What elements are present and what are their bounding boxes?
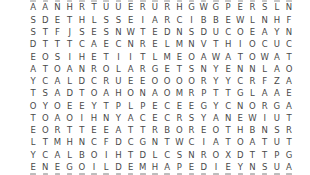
grid-cell[interactable]: R [137, 38, 149, 50]
grid-cell[interactable]: A [271, 87, 283, 99]
grid-cell[interactable]: A [125, 112, 137, 124]
grid-cell[interactable]: C [39, 75, 51, 87]
grid-cell[interactable]: A [51, 75, 63, 87]
grid-cell[interactable]: R [173, 112, 185, 124]
grid-cell[interactable]: A [259, 26, 271, 38]
grid-cell[interactable]: T [39, 137, 51, 149]
grid-cell[interactable]: T [283, 112, 295, 124]
grid-cell[interactable]: N [234, 100, 246, 112]
grid-cell[interactable]: O [283, 63, 295, 75]
grid-cell[interactable]: L [161, 38, 173, 50]
grid-cell[interactable]: R [100, 75, 112, 87]
grid-cell[interactable]: T [27, 87, 39, 99]
grid-cell[interactable]: M [51, 137, 63, 149]
letter-fragment [43, 173, 49, 175]
grid-cell[interactable]: R [246, 75, 258, 87]
grid-cell[interactable]: Z [271, 75, 283, 87]
grid-cell[interactable]: D [234, 149, 246, 161]
grid-cell[interactable]: T [39, 26, 51, 38]
grid-cell[interactable]: N [173, 26, 185, 38]
grid-cell[interactable]: U [100, 2, 112, 14]
grid-cell[interactable]: A [27, 2, 39, 14]
grid-cell[interactable]: C [283, 38, 295, 50]
grid-cell[interactable]: N [246, 63, 258, 75]
grid-cell[interactable]: H [173, 2, 185, 14]
grid-cell[interactable]: L [246, 14, 258, 26]
grid-cell[interactable]: F [283, 14, 295, 26]
grid-cell[interactable]: G [234, 87, 246, 99]
grid-cell[interactable]: E [27, 51, 39, 63]
grid-cell[interactable]: Y [112, 112, 124, 124]
grid-cell[interactable]: E [149, 112, 161, 124]
grid-cell[interactable]: E [125, 75, 137, 87]
grid-cell[interactable]: H [234, 124, 246, 136]
grid-cell[interactable]: B [161, 124, 173, 136]
grid-cell[interactable]: T [76, 124, 88, 136]
grid-cell[interactable]: H [64, 2, 76, 14]
grid-cell[interactable]: W [210, 51, 222, 63]
grid-cell[interactable]: H [76, 14, 88, 26]
grid-cell[interactable]: T [64, 38, 76, 50]
grid-cell[interactable]: O [88, 149, 100, 161]
grid-cell[interactable]: R [137, 2, 149, 14]
grid-cell[interactable]: E [185, 100, 197, 112]
grid-cell[interactable]: R [198, 149, 210, 161]
grid-cell[interactable]: O [51, 100, 63, 112]
letter-fragment [213, 173, 219, 175]
grid-cell[interactable]: T [64, 124, 76, 136]
grid-cell[interactable]: A [210, 137, 222, 149]
grid-cell[interactable]: T [173, 63, 185, 75]
grid-cell[interactable]: S [39, 87, 51, 99]
grid-cell[interactable]: A [100, 87, 112, 99]
grid-cell[interactable]: T [210, 87, 222, 99]
grid-cell[interactable]: I [76, 112, 88, 124]
grid-cell[interactable]: S [76, 26, 88, 38]
grid-cell[interactable]: A [198, 51, 210, 63]
grid-cell[interactable]: Y [39, 100, 51, 112]
grid-cell[interactable]: N [76, 137, 88, 149]
grid-cell[interactable]: N [76, 63, 88, 75]
grid-cell[interactable]: T [283, 137, 295, 149]
grid-cell[interactable]: Y [27, 149, 39, 161]
grid-cell[interactable]: C [137, 112, 149, 124]
grid-cell[interactable]: O [246, 51, 258, 63]
grid-cell[interactable]: N [222, 112, 234, 124]
grid-cell[interactable]: N [283, 26, 295, 38]
grid-cell[interactable]: G [271, 100, 283, 112]
grid-cell[interactable]: G [210, 2, 222, 14]
grid-cell[interactable]: A [88, 38, 100, 50]
grid-cell[interactable]: N [259, 124, 271, 136]
grid-cell[interactable]: H [88, 112, 100, 124]
grid-cell[interactable]: C [234, 75, 246, 87]
letter-fragment [201, 173, 207, 175]
grid-cell[interactable]: C [39, 149, 51, 161]
grid-cell[interactable]: A [271, 63, 283, 75]
grid-cell[interactable]: E [161, 63, 173, 75]
grid-cell[interactable]: E [100, 124, 112, 136]
grid-cell[interactable]: E [234, 112, 246, 124]
grid-cell[interactable]: N [185, 38, 197, 50]
grid-cell[interactable]: T [64, 14, 76, 26]
grid-cell[interactable]: O [88, 87, 100, 99]
grid-cell[interactable]: O [39, 124, 51, 136]
grid-cell[interactable]: W [246, 112, 258, 124]
grid-cell[interactable]: W [259, 51, 271, 63]
grid-cell[interactable]: P [222, 2, 234, 14]
grid-cell[interactable]: E [137, 75, 149, 87]
grid-cell[interactable]: S [173, 149, 185, 161]
grid-cell[interactable]: T [76, 87, 88, 99]
grid-cell[interactable]: C [222, 26, 234, 38]
grid-cell[interactable]: A [112, 124, 124, 136]
grid-cell[interactable]: E [27, 124, 39, 136]
grid-cell[interactable]: O [234, 26, 246, 38]
grid-cell[interactable]: A [283, 75, 295, 87]
grid-cell[interactable]: A [27, 63, 39, 75]
grid-cell[interactable]: Y [210, 63, 222, 75]
grid-cell[interactable]: L [112, 63, 124, 75]
grid-cell[interactable]: O [173, 124, 185, 136]
grid-cell[interactable]: C [161, 100, 173, 112]
grid-cell[interactable]: L [259, 63, 271, 75]
grid-cell[interactable]: Y [198, 112, 210, 124]
grid-cell[interactable]: U [271, 137, 283, 149]
grid-cell[interactable]: I [112, 51, 124, 63]
grid-cell[interactable]: O [64, 112, 76, 124]
grid-cell[interactable]: O [173, 75, 185, 87]
grid-cell[interactable]: S [112, 14, 124, 26]
grid-cell[interactable]: T [39, 38, 51, 50]
grid-cell[interactable]: I [185, 14, 197, 26]
grid-cell[interactable]: R [198, 75, 210, 87]
grid-cell[interactable]: M [161, 51, 173, 63]
grid-cell[interactable]: O [125, 87, 137, 99]
grid-cell[interactable]: G [137, 137, 149, 149]
grid-cell[interactable]: J [64, 26, 76, 38]
grid-cell[interactable]: G [198, 100, 210, 112]
grid-cell[interactable]: N [185, 149, 197, 161]
grid-cell[interactable]: S [100, 26, 112, 38]
grid-cell[interactable]: N [51, 2, 63, 14]
grid-cell[interactable]: N [234, 63, 246, 75]
grid-cell[interactable]: H [64, 137, 76, 149]
grid-cell[interactable]: U [149, 2, 161, 14]
grid-cell[interactable]: X [222, 149, 234, 161]
grid-cell[interactable]: L [271, 2, 283, 14]
grid-cell[interactable]: R [161, 14, 173, 26]
grid-cell[interactable]: O [161, 87, 173, 99]
grid-cell[interactable]: T [283, 51, 295, 63]
grid-cell[interactable]: A [51, 112, 63, 124]
letter-fragment [91, 173, 97, 175]
grid-cell[interactable]: S [271, 124, 283, 136]
grid-cell[interactable]: C [76, 38, 88, 50]
letter-fragment [189, 173, 195, 175]
grid-cell[interactable]: M [173, 38, 185, 50]
grid-cell[interactable]: R [51, 124, 63, 136]
grid-cell[interactable]: A [51, 149, 63, 161]
grid-cell[interactable]: S [185, 112, 197, 124]
grid-cell[interactable]: E [64, 100, 76, 112]
grid-cell[interactable]: N [137, 87, 149, 99]
letter-fragment [177, 173, 183, 175]
grid-cell[interactable]: A [271, 51, 283, 63]
grid-cell[interactable]: A [51, 87, 63, 99]
grid-cell[interactable]: I [125, 51, 137, 63]
grid-cell[interactable]: G [185, 2, 197, 14]
grid-cell[interactable]: W [198, 2, 210, 14]
grid-cell[interactable]: T [222, 137, 234, 149]
grid-cell[interactable]: O [185, 75, 197, 87]
grid-cell[interactable]: T [234, 51, 246, 63]
grid-cell[interactable]: D [137, 149, 149, 161]
grid-cell[interactable]: D [64, 87, 76, 99]
grid-cell[interactable]: T [51, 38, 63, 50]
grid-cell[interactable]: O [149, 75, 161, 87]
grid-cell[interactable]: S [185, 26, 197, 38]
grid-cell[interactable]: T [27, 112, 39, 124]
grid-cell[interactable]: C [125, 137, 137, 149]
grid-cell[interactable]: T [222, 124, 234, 136]
grid-cell[interactable]: S [27, 14, 39, 26]
grid-cell[interactable]: T [246, 149, 258, 161]
grid-cell[interactable]: T [137, 26, 149, 38]
grid-cell[interactable]: E [88, 51, 100, 63]
grid-cell[interactable]: P [137, 100, 149, 112]
grid-cell[interactable]: U [210, 26, 222, 38]
grid-cell[interactable]: C [173, 14, 185, 26]
grid-cell[interactable]: O [246, 38, 258, 50]
grid-cell[interactable]: L [125, 100, 137, 112]
grid-cell[interactable]: L [64, 75, 76, 87]
grid-cell[interactable]: C [161, 112, 173, 124]
grid-cell[interactable]: Y [271, 26, 283, 38]
grid-cell[interactable]: L [149, 51, 161, 63]
grid-cell[interactable]: Y [210, 75, 222, 87]
grid-cell[interactable]: O [234, 137, 246, 149]
grid-cell[interactable]: T [137, 51, 149, 63]
grid-cell[interactable]: A [39, 2, 51, 14]
grid-cell[interactable]: E [76, 100, 88, 112]
grid-cell[interactable]: B [76, 149, 88, 161]
grid-cell[interactable]: G [283, 149, 295, 161]
grid-cell[interactable]: T [125, 149, 137, 161]
grid-cell[interactable]: U [112, 2, 124, 14]
grid-cell[interactable]: H [112, 87, 124, 99]
grid-cell[interactable]: R [246, 2, 258, 14]
grid-cell[interactable]: A [222, 51, 234, 63]
grid-cell[interactable]: L [149, 149, 161, 161]
grid-cell[interactable]: H [76, 51, 88, 63]
letter-fragment [274, 173, 280, 175]
grid-cell[interactable]: I [100, 149, 112, 161]
grid-cell[interactable]: N [198, 63, 210, 75]
grid-cell[interactable]: I [137, 14, 149, 26]
grid-cell[interactable]: C [185, 137, 197, 149]
word-search-board: AANHRTUUERURHGWGPERSLNSDETHLSSEIARCIBBEW… [0, 0, 310, 175]
grid-cell[interactable]: O [27, 100, 39, 112]
letter-fragment [67, 173, 73, 175]
grid-cell[interactable]: N [283, 2, 295, 14]
grid-cell[interactable]: I [234, 38, 246, 50]
grid-cell[interactable]: E [149, 26, 161, 38]
grid-cell[interactable]: T [259, 149, 271, 161]
grid-cell[interactable]: R [283, 124, 295, 136]
grid-cell[interactable]: C [161, 149, 173, 161]
grid-cell[interactable]: E [283, 87, 295, 99]
grid-cell[interactable]: T [210, 38, 222, 50]
grid-cell[interactable]: A [149, 87, 161, 99]
grid-cell[interactable]: C [88, 75, 100, 87]
grid-cell[interactable]: A [259, 87, 271, 99]
grid-cell[interactable]: E [88, 26, 100, 38]
grid-cell[interactable]: O [39, 51, 51, 63]
grid-cell[interactable]: E [246, 26, 258, 38]
grid-cell[interactable]: N [125, 38, 137, 50]
grid-cell[interactable]: T [161, 137, 173, 149]
grid-cell[interactable]: P [112, 100, 124, 112]
grid-cell[interactable]: R [137, 63, 149, 75]
grid-cell[interactable]: T [100, 51, 112, 63]
grid-cell[interactable]: E [222, 63, 234, 75]
grid-cell[interactable]: O [246, 100, 258, 112]
grid-cell[interactable]: O [185, 51, 197, 63]
grid-cell[interactable]: N [100, 112, 112, 124]
grid-cell[interactable]: B [210, 14, 222, 26]
grid-cell[interactable]: P [198, 87, 210, 99]
grid-cell[interactable]: S [51, 51, 63, 63]
grid-cell[interactable]: E [125, 14, 137, 26]
grid-cell[interactable]: L [27, 137, 39, 149]
grid-cell[interactable]: E [149, 38, 161, 50]
grid-cell[interactable]: V [198, 38, 210, 50]
grid-cell[interactable]: O [100, 63, 112, 75]
grid-cell[interactable]: O [51, 63, 63, 75]
grid-cell[interactable]: Y [88, 100, 100, 112]
grid-cell[interactable]: N [149, 137, 161, 149]
grid-cell[interactable]: G [149, 63, 161, 75]
grid-cell[interactable]: B [246, 124, 258, 136]
grid-cell[interactable]: T [125, 124, 137, 136]
letter-fragment [225, 173, 231, 175]
grid-cell[interactable]: C [88, 137, 100, 149]
grid-cell[interactable]: W [173, 137, 185, 149]
grid-cell[interactable]: R [185, 87, 197, 99]
grid-cell[interactable]: C [259, 38, 271, 50]
grid-cell[interactable]: E [173, 51, 185, 63]
grid-cell[interactable]: T [222, 87, 234, 99]
grid-cell[interactable]: I [64, 51, 76, 63]
grid-cell[interactable]: O [210, 124, 222, 136]
grid-cell[interactable]: R [76, 2, 88, 14]
grid-cell[interactable]: C [222, 100, 234, 112]
grid-cell[interactable]: L [246, 87, 258, 99]
grid-cell[interactable]: F [100, 137, 112, 149]
grid-cell[interactable]: O [161, 75, 173, 87]
grid-cell[interactable]: O [210, 149, 222, 161]
grid-cell[interactable]: E [234, 2, 246, 14]
grid-cell[interactable]: T [259, 137, 271, 149]
letter-fragment [262, 173, 268, 175]
grid-cell[interactable]: D [27, 38, 39, 50]
letter-fragment [30, 173, 36, 175]
grid-cell[interactable]: P [271, 149, 283, 161]
grid-cell[interactable]: A [125, 63, 137, 75]
letter-fragment [128, 173, 134, 175]
grid-cell[interactable]: S [185, 63, 197, 75]
grid-cell[interactable]: M [173, 87, 185, 99]
grid-cell[interactable]: H [222, 38, 234, 50]
grid-cell[interactable]: T [88, 2, 100, 14]
grid-cell[interactable]: R [161, 2, 173, 14]
grid-cell[interactable]: W [234, 14, 246, 26]
grid-cell[interactable]: T [100, 100, 112, 112]
grid-cell[interactable]: A [283, 100, 295, 112]
grid-cell[interactable]: H [112, 149, 124, 161]
grid-cell[interactable]: R [88, 63, 100, 75]
grid-cell[interactable]: E [51, 14, 63, 26]
grid-cell[interactable]: B [198, 14, 210, 26]
grid-cell[interactable]: O [39, 112, 51, 124]
grid-cell[interactable]: D [39, 14, 51, 26]
grid-cell[interactable]: D [112, 137, 124, 149]
grid-cell[interactable]: H [271, 14, 283, 26]
grid-cell[interactable]: E [100, 38, 112, 50]
grid-cell[interactable]: F [51, 26, 63, 38]
grid-cell[interactable]: F [259, 75, 271, 87]
grid-cell[interactable]: A [149, 14, 161, 26]
grid-cell[interactable]: E [149, 100, 161, 112]
grid-cell[interactable]: T [39, 63, 51, 75]
grid-cell[interactable]: D [198, 26, 210, 38]
grid-cell[interactable]: Y [222, 75, 234, 87]
grid-cell[interactable]: U [271, 112, 283, 124]
grid-cell[interactable]: E [222, 14, 234, 26]
grid-cell[interactable]: E [173, 100, 185, 112]
grid-cell[interactable]: R [149, 124, 161, 136]
grid-cell[interactable]: R [259, 100, 271, 112]
grid-cell[interactable]: U [112, 75, 124, 87]
grid-cell[interactable]: N [112, 26, 124, 38]
grid-cell[interactable]: S [100, 14, 112, 26]
grid-cell[interactable]: E [198, 124, 210, 136]
grid-cell[interactable]: N [259, 14, 271, 26]
grid-cell[interactable]: S [27, 26, 39, 38]
grid-cell[interactable]: A [246, 137, 258, 149]
grid-cell[interactable]: S [259, 2, 271, 14]
grid-cell[interactable]: A [64, 63, 76, 75]
grid-cell[interactable]: T [137, 124, 149, 136]
grid-cell[interactable]: L [64, 149, 76, 161]
grid-cell[interactable]: I [198, 137, 210, 149]
grid-cell[interactable]: D [76, 75, 88, 87]
grid-cell[interactable]: E [125, 2, 137, 14]
grid-cell[interactable]: C [112, 38, 124, 50]
grid-cell[interactable]: U [271, 38, 283, 50]
grid-cell[interactable]: R [185, 124, 197, 136]
grid-cell[interactable]: D [161, 26, 173, 38]
grid-cell[interactable]: W [125, 26, 137, 38]
grid-cell[interactable]: Y [210, 100, 222, 112]
grid-cell[interactable]: L [88, 14, 100, 26]
letter-fragment [164, 173, 170, 175]
grid-cell[interactable]: A [210, 112, 222, 124]
grid-cell[interactable]: Y [27, 75, 39, 87]
grid-cell[interactable]: I [259, 112, 271, 124]
grid-cell[interactable]: E [88, 124, 100, 136]
